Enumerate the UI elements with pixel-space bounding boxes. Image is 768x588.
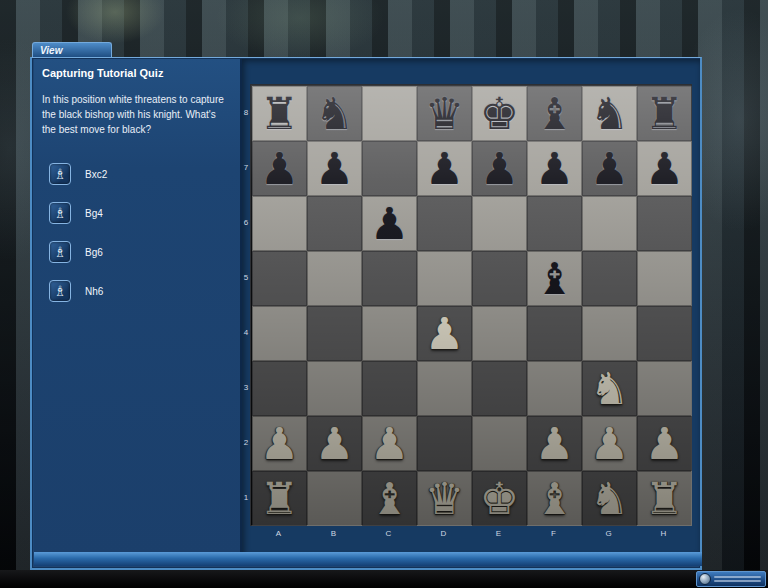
square-b7[interactable]: ♟ (307, 141, 362, 196)
rank-label-5: 5 (241, 273, 251, 282)
rank-label-2: 2 (241, 438, 251, 447)
square-a4[interactable] (252, 306, 307, 361)
square-a3[interactable] (252, 361, 307, 416)
answer-piece-icon[interactable]: ♗ (49, 202, 71, 224)
square-h2[interactable]: ♟ (637, 416, 692, 471)
square-d3[interactable] (417, 361, 472, 416)
rank-label-8: 8 (241, 108, 251, 117)
white-bishop: ♝ (362, 471, 417, 526)
square-c4[interactable] (362, 306, 417, 361)
white-pawn: ♟ (527, 416, 582, 471)
file-labels: ABCDEFGH (251, 528, 691, 540)
square-g1[interactable]: ♞ (582, 471, 637, 526)
square-h8[interactable]: ♜ (637, 86, 692, 141)
white-pawn: ♟ (252, 416, 307, 471)
rank-label-1: 1 (241, 493, 251, 502)
white-pawn: ♟ (362, 416, 417, 471)
square-f6[interactable] (527, 196, 582, 251)
black-bishop: ♝ (527, 251, 582, 306)
square-e8[interactable]: ♚ (472, 86, 527, 141)
white-king: ♚ (472, 471, 527, 526)
taskbar-app-icon (699, 573, 711, 585)
square-c7[interactable] (362, 141, 417, 196)
answer-option-bg4[interactable]: ♗ Bg4 (49, 202, 240, 224)
file-label-f: F (526, 528, 581, 540)
square-d1[interactable]: ♛ (417, 471, 472, 526)
square-a7[interactable]: ♟ (252, 141, 307, 196)
black-pawn: ♟ (307, 141, 362, 196)
square-b1[interactable] (307, 471, 362, 526)
square-h3[interactable] (637, 361, 692, 416)
square-a2[interactable]: ♟ (252, 416, 307, 471)
square-a8[interactable]: ♜ (252, 86, 307, 141)
square-e7[interactable]: ♟ (472, 141, 527, 196)
square-b4[interactable] (307, 306, 362, 361)
window-statusbar (34, 552, 702, 566)
square-c5[interactable] (362, 251, 417, 306)
square-d7[interactable]: ♟ (417, 141, 472, 196)
square-f2[interactable]: ♟ (527, 416, 582, 471)
square-h1[interactable]: ♜ (637, 471, 692, 526)
square-h5[interactable] (637, 251, 692, 306)
quiz-window-body: Capturing Tutorial Quiz In this position… (30, 57, 702, 570)
square-g5[interactable] (582, 251, 637, 306)
answer-label: Nh6 (85, 286, 103, 297)
black-knight: ♞ (582, 86, 637, 141)
black-rook: ♜ (637, 86, 692, 141)
view-tab[interactable]: View (32, 42, 112, 58)
square-f1[interactable]: ♝ (527, 471, 582, 526)
square-c6[interactable]: ♟ (362, 196, 417, 251)
view-tab-label: View (40, 45, 62, 56)
square-g8[interactable]: ♞ (582, 86, 637, 141)
square-g7[interactable]: ♟ (582, 141, 637, 196)
square-h4[interactable] (637, 306, 692, 361)
square-g4[interactable] (582, 306, 637, 361)
square-f3[interactable] (527, 361, 582, 416)
white-bishop: ♝ (527, 471, 582, 526)
square-d2[interactable] (417, 416, 472, 471)
quiz-window: View Capturing Tutorial Quiz In this pos… (30, 42, 702, 570)
square-d5[interactable] (417, 251, 472, 306)
square-e1[interactable]: ♚ (472, 471, 527, 526)
square-h7[interactable]: ♟ (637, 141, 692, 196)
answer-label: Bxc2 (85, 169, 107, 180)
white-knight: ♞ (582, 361, 637, 416)
file-label-c: C (361, 528, 416, 540)
black-pawn: ♟ (582, 141, 637, 196)
answer-piece-icon[interactable]: ♗ (49, 163, 71, 185)
black-bishop: ♝ (527, 86, 582, 141)
answer-option-bxc2[interactable]: ♗ Bxc2 (49, 163, 240, 185)
white-queen: ♛ (417, 471, 472, 526)
taskbar (0, 570, 768, 588)
black-pawn: ♟ (637, 141, 692, 196)
white-pawn: ♟ (637, 416, 692, 471)
answer-label: Bg4 (85, 208, 103, 219)
square-e5[interactable] (472, 251, 527, 306)
square-b2[interactable]: ♟ (307, 416, 362, 471)
file-label-e: E (471, 528, 526, 540)
answer-list: ♗ Bxc2 ♗ Bg4 ♗ Bg6 ♗ Nh6 (34, 163, 240, 302)
square-e2[interactable] (472, 416, 527, 471)
square-b6[interactable] (307, 196, 362, 251)
square-d8[interactable]: ♛ (417, 86, 472, 141)
square-c8[interactable] (362, 86, 417, 141)
square-g3[interactable]: ♞ (582, 361, 637, 416)
file-label-g: G (581, 528, 636, 540)
answer-label: Bg6 (85, 247, 103, 258)
square-c1[interactable]: ♝ (362, 471, 417, 526)
black-pawn: ♟ (527, 141, 582, 196)
quiz-title: Capturing Tutorial Quiz (42, 67, 230, 79)
quiz-panel: Capturing Tutorial Quiz In this position… (34, 59, 240, 555)
chess-board: ♜♞♛♚♝♞♜♟♟♟♟♟♟♟♟♝♟♞♟♟♟♟♟♟♜♝♛♚♝♞♜ (251, 85, 691, 525)
square-b3[interactable] (307, 361, 362, 416)
square-d4[interactable]: ♟ (417, 306, 472, 361)
square-a5[interactable] (252, 251, 307, 306)
black-knight: ♞ (307, 86, 362, 141)
answer-piece-icon[interactable]: ♗ (49, 280, 71, 302)
black-pawn: ♟ (252, 141, 307, 196)
square-e6[interactable] (472, 196, 527, 251)
white-pawn: ♟ (307, 416, 362, 471)
rank-labels: 87654321 (241, 85, 251, 525)
black-queen: ♛ (417, 86, 472, 141)
white-pawn: ♟ (582, 416, 637, 471)
square-f7[interactable]: ♟ (527, 141, 582, 196)
rank-label-4: 4 (241, 328, 251, 337)
square-h6[interactable] (637, 196, 692, 251)
answer-option-nh6[interactable]: ♗ Nh6 (49, 280, 240, 302)
square-g2[interactable]: ♟ (582, 416, 637, 471)
square-f8[interactable]: ♝ (527, 86, 582, 141)
square-c2[interactable]: ♟ (362, 416, 417, 471)
file-label-h: H (636, 528, 691, 540)
quiz-question: In this position white threatens to capt… (42, 92, 232, 137)
square-b5[interactable] (307, 251, 362, 306)
square-a6[interactable] (252, 196, 307, 251)
rank-label-6: 6 (241, 218, 251, 227)
square-c3[interactable] (362, 361, 417, 416)
square-e3[interactable] (472, 361, 527, 416)
taskbar-item-text (714, 574, 765, 584)
white-knight: ♞ (582, 471, 637, 526)
square-g6[interactable] (582, 196, 637, 251)
square-e4[interactable] (472, 306, 527, 361)
taskbar-item[interactable] (696, 571, 766, 587)
file-label-b: B (306, 528, 361, 540)
black-rook: ♜ (252, 86, 307, 141)
white-rook: ♜ (252, 471, 307, 526)
white-pawn: ♟ (417, 306, 472, 361)
file-label-d: D (416, 528, 471, 540)
black-king: ♚ (472, 86, 527, 141)
black-pawn: ♟ (417, 141, 472, 196)
answer-option-bg6[interactable]: ♗ Bg6 (49, 241, 240, 263)
square-f5[interactable]: ♝ (527, 251, 582, 306)
black-pawn: ♟ (362, 196, 417, 251)
square-a1[interactable]: ♜ (252, 471, 307, 526)
answer-piece-icon[interactable]: ♗ (49, 241, 71, 263)
square-f4[interactable] (527, 306, 582, 361)
rank-label-7: 7 (241, 163, 251, 172)
black-pawn: ♟ (472, 141, 527, 196)
file-label-a: A (251, 528, 306, 540)
white-rook: ♜ (637, 471, 692, 526)
rank-label-3: 3 (241, 383, 251, 392)
square-d6[interactable] (417, 196, 472, 251)
square-b8[interactable]: ♞ (307, 86, 362, 141)
